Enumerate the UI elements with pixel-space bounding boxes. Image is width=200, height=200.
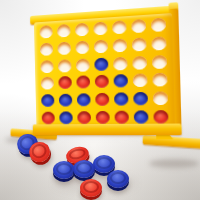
loose-pieces-layer [0, 0, 200, 200]
scene [0, 0, 200, 200]
loose-blue-disc[interactable] [73, 160, 95, 178]
loose-blue-disc[interactable] [107, 170, 129, 188]
loose-red-disc[interactable] [80, 179, 102, 197]
loose-blue-disc[interactable] [53, 161, 75, 179]
